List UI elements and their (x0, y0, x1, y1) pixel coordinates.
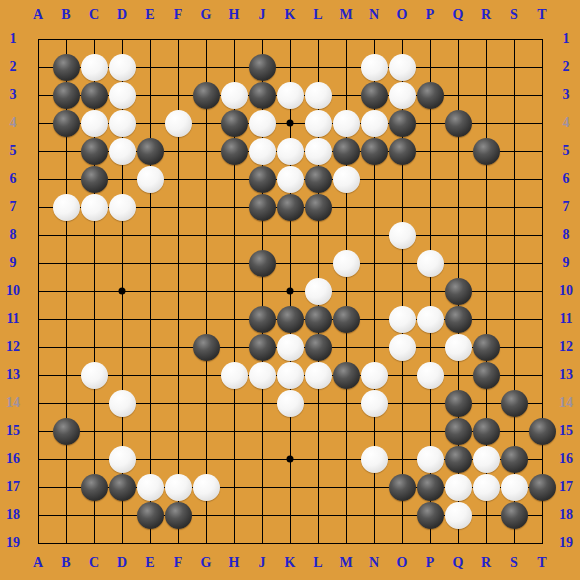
intersection-D12[interactable] (108, 333, 136, 361)
intersection-G19[interactable] (192, 529, 220, 557)
intersection-P2[interactable] (416, 53, 444, 81)
intersection-T10[interactable] (528, 277, 556, 305)
intersection-O15[interactable] (388, 417, 416, 445)
intersection-L7[interactable] (304, 193, 332, 221)
intersection-M8[interactable] (332, 221, 360, 249)
intersection-H7[interactable] (220, 193, 248, 221)
intersection-N1[interactable] (360, 25, 388, 53)
intersection-N3[interactable] (360, 81, 388, 109)
intersection-O9[interactable] (388, 249, 416, 277)
intersection-R12[interactable] (472, 333, 500, 361)
intersection-N2[interactable] (360, 53, 388, 81)
intersection-C5[interactable] (80, 137, 108, 165)
intersection-Q13[interactable] (444, 361, 472, 389)
intersection-B17[interactable] (52, 473, 80, 501)
intersection-P6[interactable] (416, 165, 444, 193)
intersection-F13[interactable] (164, 361, 192, 389)
intersection-H3[interactable] (220, 81, 248, 109)
intersection-B9[interactable] (52, 249, 80, 277)
intersection-R18[interactable] (472, 501, 500, 529)
intersection-B7[interactable] (52, 193, 80, 221)
intersection-N16[interactable] (360, 445, 388, 473)
intersection-O4[interactable] (388, 109, 416, 137)
intersection-F11[interactable] (164, 305, 192, 333)
intersection-Q6[interactable] (444, 165, 472, 193)
intersection-J19[interactable] (248, 529, 276, 557)
intersection-N5[interactable] (360, 137, 388, 165)
intersection-D2[interactable] (108, 53, 136, 81)
intersection-T13[interactable] (528, 361, 556, 389)
intersection-O17[interactable] (388, 473, 416, 501)
intersection-A7[interactable] (24, 193, 52, 221)
intersection-K2[interactable] (276, 53, 304, 81)
intersection-A13[interactable] (24, 361, 52, 389)
intersection-N14[interactable] (360, 389, 388, 417)
intersection-H13[interactable] (220, 361, 248, 389)
intersection-T14[interactable] (528, 389, 556, 417)
intersection-R11[interactable] (472, 305, 500, 333)
intersection-O3[interactable] (388, 81, 416, 109)
intersection-H18[interactable] (220, 501, 248, 529)
intersection-L2[interactable] (304, 53, 332, 81)
intersection-C7[interactable] (80, 193, 108, 221)
intersection-N9[interactable] (360, 249, 388, 277)
intersection-H19[interactable] (220, 529, 248, 557)
intersection-M17[interactable] (332, 473, 360, 501)
intersection-A17[interactable] (24, 473, 52, 501)
intersection-E9[interactable] (136, 249, 164, 277)
intersection-L8[interactable] (304, 221, 332, 249)
intersection-D11[interactable] (108, 305, 136, 333)
intersection-Q4[interactable] (444, 109, 472, 137)
intersection-D17[interactable] (108, 473, 136, 501)
intersection-J9[interactable] (248, 249, 276, 277)
intersection-G15[interactable] (192, 417, 220, 445)
intersection-E6[interactable] (136, 165, 164, 193)
intersection-F10[interactable] (164, 277, 192, 305)
intersection-F7[interactable] (164, 193, 192, 221)
intersection-P4[interactable] (416, 109, 444, 137)
intersection-E1[interactable] (136, 25, 164, 53)
intersection-C1[interactable] (80, 25, 108, 53)
intersection-F18[interactable] (164, 501, 192, 529)
intersection-M3[interactable] (332, 81, 360, 109)
intersection-D18[interactable] (108, 501, 136, 529)
intersection-O10[interactable] (388, 277, 416, 305)
intersection-S10[interactable] (500, 277, 528, 305)
intersection-D4[interactable] (108, 109, 136, 137)
intersection-T4[interactable] (528, 109, 556, 137)
intersection-E3[interactable] (136, 81, 164, 109)
intersection-Q16[interactable] (444, 445, 472, 473)
intersection-C3[interactable] (80, 81, 108, 109)
intersection-S1[interactable] (500, 25, 528, 53)
intersection-G12[interactable] (192, 333, 220, 361)
intersection-A6[interactable] (24, 165, 52, 193)
intersection-J18[interactable] (248, 501, 276, 529)
intersection-P14[interactable] (416, 389, 444, 417)
intersection-D3[interactable] (108, 81, 136, 109)
intersection-S16[interactable] (500, 445, 528, 473)
intersection-L14[interactable] (304, 389, 332, 417)
intersection-J17[interactable] (248, 473, 276, 501)
intersection-K3[interactable] (276, 81, 304, 109)
intersection-G4[interactable] (192, 109, 220, 137)
intersection-E12[interactable] (136, 333, 164, 361)
intersection-F17[interactable] (164, 473, 192, 501)
intersection-S19[interactable] (500, 529, 528, 557)
intersection-J4[interactable] (248, 109, 276, 137)
intersection-C13[interactable] (80, 361, 108, 389)
intersection-D13[interactable] (108, 361, 136, 389)
intersection-N17[interactable] (360, 473, 388, 501)
intersection-E13[interactable] (136, 361, 164, 389)
intersection-Q14[interactable] (444, 389, 472, 417)
intersection-E17[interactable] (136, 473, 164, 501)
intersection-O5[interactable] (388, 137, 416, 165)
intersection-B14[interactable] (52, 389, 80, 417)
intersection-E7[interactable] (136, 193, 164, 221)
intersection-B6[interactable] (52, 165, 80, 193)
intersection-J10[interactable] (248, 277, 276, 305)
intersection-P8[interactable] (416, 221, 444, 249)
intersection-P15[interactable] (416, 417, 444, 445)
intersection-E5[interactable] (136, 137, 164, 165)
intersection-G18[interactable] (192, 501, 220, 529)
intersection-F2[interactable] (164, 53, 192, 81)
intersection-S7[interactable] (500, 193, 528, 221)
intersection-T2[interactable] (528, 53, 556, 81)
intersection-Q7[interactable] (444, 193, 472, 221)
intersection-A19[interactable] (24, 529, 52, 557)
intersection-H14[interactable] (220, 389, 248, 417)
intersection-P17[interactable] (416, 473, 444, 501)
intersection-A4[interactable] (24, 109, 52, 137)
intersection-T6[interactable] (528, 165, 556, 193)
intersection-B18[interactable] (52, 501, 80, 529)
intersection-C8[interactable] (80, 221, 108, 249)
intersection-C18[interactable] (80, 501, 108, 529)
intersection-S12[interactable] (500, 333, 528, 361)
intersection-L19[interactable] (304, 529, 332, 557)
intersection-B12[interactable] (52, 333, 80, 361)
intersection-Q18[interactable] (444, 501, 472, 529)
intersection-Q9[interactable] (444, 249, 472, 277)
intersection-H1[interactable] (220, 25, 248, 53)
intersection-R19[interactable] (472, 529, 500, 557)
intersection-N4[interactable] (360, 109, 388, 137)
intersection-P19[interactable] (416, 529, 444, 557)
intersection-J3[interactable] (248, 81, 276, 109)
intersection-O11[interactable] (388, 305, 416, 333)
intersection-A10[interactable] (24, 277, 52, 305)
intersection-C17[interactable] (80, 473, 108, 501)
intersection-L10[interactable] (304, 277, 332, 305)
intersection-B16[interactable] (52, 445, 80, 473)
intersection-M15[interactable] (332, 417, 360, 445)
intersection-Q2[interactable] (444, 53, 472, 81)
intersection-K17[interactable] (276, 473, 304, 501)
intersection-C16[interactable] (80, 445, 108, 473)
intersection-C10[interactable] (80, 277, 108, 305)
intersection-L5[interactable] (304, 137, 332, 165)
intersection-S11[interactable] (500, 305, 528, 333)
intersection-R4[interactable] (472, 109, 500, 137)
intersection-P3[interactable] (416, 81, 444, 109)
intersection-J8[interactable] (248, 221, 276, 249)
intersection-B5[interactable] (52, 137, 80, 165)
intersection-K13[interactable] (276, 361, 304, 389)
intersection-Q10[interactable] (444, 277, 472, 305)
intersection-R15[interactable] (472, 417, 500, 445)
intersection-J16[interactable] (248, 445, 276, 473)
intersection-B15[interactable] (52, 417, 80, 445)
intersection-P7[interactable] (416, 193, 444, 221)
intersection-T17[interactable] (528, 473, 556, 501)
intersection-M19[interactable] (332, 529, 360, 557)
intersection-R17[interactable] (472, 473, 500, 501)
intersection-Q12[interactable] (444, 333, 472, 361)
intersection-E8[interactable] (136, 221, 164, 249)
intersection-R3[interactable] (472, 81, 500, 109)
intersection-G11[interactable] (192, 305, 220, 333)
intersection-Q1[interactable] (444, 25, 472, 53)
intersection-F5[interactable] (164, 137, 192, 165)
intersection-P5[interactable] (416, 137, 444, 165)
intersection-Q8[interactable] (444, 221, 472, 249)
intersection-G1[interactable] (192, 25, 220, 53)
intersection-A1[interactable] (24, 25, 52, 53)
intersection-A5[interactable] (24, 137, 52, 165)
intersection-G2[interactable] (192, 53, 220, 81)
intersection-D16[interactable] (108, 445, 136, 473)
intersection-J1[interactable] (248, 25, 276, 53)
intersection-B13[interactable] (52, 361, 80, 389)
intersection-K7[interactable] (276, 193, 304, 221)
intersection-S2[interactable] (500, 53, 528, 81)
intersection-S3[interactable] (500, 81, 528, 109)
intersection-Q19[interactable] (444, 529, 472, 557)
intersection-G13[interactable] (192, 361, 220, 389)
intersection-K15[interactable] (276, 417, 304, 445)
intersection-J13[interactable] (248, 361, 276, 389)
intersection-D15[interactable] (108, 417, 136, 445)
intersection-H12[interactable] (220, 333, 248, 361)
intersection-A14[interactable] (24, 389, 52, 417)
intersection-D19[interactable] (108, 529, 136, 557)
intersection-O6[interactable] (388, 165, 416, 193)
intersection-C11[interactable] (80, 305, 108, 333)
intersection-N15[interactable] (360, 417, 388, 445)
intersection-A3[interactable] (24, 81, 52, 109)
intersection-M2[interactable] (332, 53, 360, 81)
intersection-A11[interactable] (24, 305, 52, 333)
intersection-F8[interactable] (164, 221, 192, 249)
intersection-R6[interactable] (472, 165, 500, 193)
intersection-D9[interactable] (108, 249, 136, 277)
intersection-F14[interactable] (164, 389, 192, 417)
intersection-A9[interactable] (24, 249, 52, 277)
intersection-R10[interactable] (472, 277, 500, 305)
intersection-A8[interactable] (24, 221, 52, 249)
intersection-N11[interactable] (360, 305, 388, 333)
intersection-L1[interactable] (304, 25, 332, 53)
intersection-R5[interactable] (472, 137, 500, 165)
intersection-Q3[interactable] (444, 81, 472, 109)
intersection-M5[interactable] (332, 137, 360, 165)
intersection-K6[interactable] (276, 165, 304, 193)
intersection-F12[interactable] (164, 333, 192, 361)
intersection-Q11[interactable] (444, 305, 472, 333)
intersection-C12[interactable] (80, 333, 108, 361)
intersection-A16[interactable] (24, 445, 52, 473)
intersection-R16[interactable] (472, 445, 500, 473)
intersection-N6[interactable] (360, 165, 388, 193)
intersection-F6[interactable] (164, 165, 192, 193)
intersection-M10[interactable] (332, 277, 360, 305)
intersection-H9[interactable] (220, 249, 248, 277)
intersection-B8[interactable] (52, 221, 80, 249)
intersection-L3[interactable] (304, 81, 332, 109)
intersection-P12[interactable] (416, 333, 444, 361)
intersection-D7[interactable] (108, 193, 136, 221)
intersection-E10[interactable] (136, 277, 164, 305)
intersection-K11[interactable] (276, 305, 304, 333)
intersection-L18[interactable] (304, 501, 332, 529)
intersection-K16[interactable] (276, 445, 304, 473)
intersection-K5[interactable] (276, 137, 304, 165)
intersection-O13[interactable] (388, 361, 416, 389)
intersection-H2[interactable] (220, 53, 248, 81)
intersection-F19[interactable] (164, 529, 192, 557)
intersection-O19[interactable] (388, 529, 416, 557)
intersection-C2[interactable] (80, 53, 108, 81)
intersection-C4[interactable] (80, 109, 108, 137)
intersection-D10[interactable] (108, 277, 136, 305)
intersection-P1[interactable] (416, 25, 444, 53)
intersection-K1[interactable] (276, 25, 304, 53)
intersection-L11[interactable] (304, 305, 332, 333)
intersection-N12[interactable] (360, 333, 388, 361)
intersection-S4[interactable] (500, 109, 528, 137)
intersection-E14[interactable] (136, 389, 164, 417)
intersection-R14[interactable] (472, 389, 500, 417)
intersection-S17[interactable] (500, 473, 528, 501)
intersection-O16[interactable] (388, 445, 416, 473)
intersection-E18[interactable] (136, 501, 164, 529)
intersection-J14[interactable] (248, 389, 276, 417)
intersection-E15[interactable] (136, 417, 164, 445)
intersection-N18[interactable] (360, 501, 388, 529)
intersection-M6[interactable] (332, 165, 360, 193)
intersection-T16[interactable] (528, 445, 556, 473)
intersection-T18[interactable] (528, 501, 556, 529)
intersection-H15[interactable] (220, 417, 248, 445)
intersection-H10[interactable] (220, 277, 248, 305)
intersection-H4[interactable] (220, 109, 248, 137)
intersection-J2[interactable] (248, 53, 276, 81)
intersection-T3[interactable] (528, 81, 556, 109)
intersection-P10[interactable] (416, 277, 444, 305)
intersection-P13[interactable] (416, 361, 444, 389)
intersection-L9[interactable] (304, 249, 332, 277)
intersection-H16[interactable] (220, 445, 248, 473)
intersection-H8[interactable] (220, 221, 248, 249)
intersection-S6[interactable] (500, 165, 528, 193)
intersection-B10[interactable] (52, 277, 80, 305)
intersection-P16[interactable] (416, 445, 444, 473)
intersection-K12[interactable] (276, 333, 304, 361)
intersection-H17[interactable] (220, 473, 248, 501)
intersection-N13[interactable] (360, 361, 388, 389)
intersection-L16[interactable] (304, 445, 332, 473)
intersection-M14[interactable] (332, 389, 360, 417)
intersection-Q15[interactable] (444, 417, 472, 445)
intersection-E16[interactable] (136, 445, 164, 473)
intersection-F9[interactable] (164, 249, 192, 277)
intersection-K19[interactable] (276, 529, 304, 557)
intersection-N7[interactable] (360, 193, 388, 221)
intersection-N19[interactable] (360, 529, 388, 557)
intersection-J15[interactable] (248, 417, 276, 445)
intersection-A18[interactable] (24, 501, 52, 529)
intersection-R9[interactable] (472, 249, 500, 277)
intersection-E11[interactable] (136, 305, 164, 333)
intersection-C15[interactable] (80, 417, 108, 445)
intersection-G16[interactable] (192, 445, 220, 473)
intersection-B4[interactable] (52, 109, 80, 137)
intersection-G7[interactable] (192, 193, 220, 221)
intersection-J11[interactable] (248, 305, 276, 333)
intersection-N8[interactable] (360, 221, 388, 249)
intersection-O1[interactable] (388, 25, 416, 53)
intersection-E2[interactable] (136, 53, 164, 81)
intersection-M18[interactable] (332, 501, 360, 529)
intersection-T1[interactable] (528, 25, 556, 53)
intersection-M13[interactable] (332, 361, 360, 389)
intersection-J6[interactable] (248, 165, 276, 193)
intersection-G5[interactable] (192, 137, 220, 165)
intersection-R1[interactable] (472, 25, 500, 53)
intersection-T9[interactable] (528, 249, 556, 277)
intersection-F4[interactable] (164, 109, 192, 137)
intersection-T12[interactable] (528, 333, 556, 361)
intersection-L17[interactable] (304, 473, 332, 501)
intersection-J5[interactable] (248, 137, 276, 165)
intersection-H11[interactable] (220, 305, 248, 333)
intersection-M4[interactable] (332, 109, 360, 137)
intersection-L15[interactable] (304, 417, 332, 445)
intersection-G10[interactable] (192, 277, 220, 305)
intersection-P18[interactable] (416, 501, 444, 529)
intersection-Q17[interactable] (444, 473, 472, 501)
intersection-C19[interactable] (80, 529, 108, 557)
intersection-B3[interactable] (52, 81, 80, 109)
intersection-G3[interactable] (192, 81, 220, 109)
intersection-H6[interactable] (220, 165, 248, 193)
intersection-F1[interactable] (164, 25, 192, 53)
intersection-G14[interactable] (192, 389, 220, 417)
intersection-K9[interactable] (276, 249, 304, 277)
intersection-C6[interactable] (80, 165, 108, 193)
intersection-M16[interactable] (332, 445, 360, 473)
intersection-O7[interactable] (388, 193, 416, 221)
intersection-G8[interactable] (192, 221, 220, 249)
intersection-K18[interactable] (276, 501, 304, 529)
intersection-B2[interactable] (52, 53, 80, 81)
intersection-N10[interactable] (360, 277, 388, 305)
intersection-B11[interactable] (52, 305, 80, 333)
